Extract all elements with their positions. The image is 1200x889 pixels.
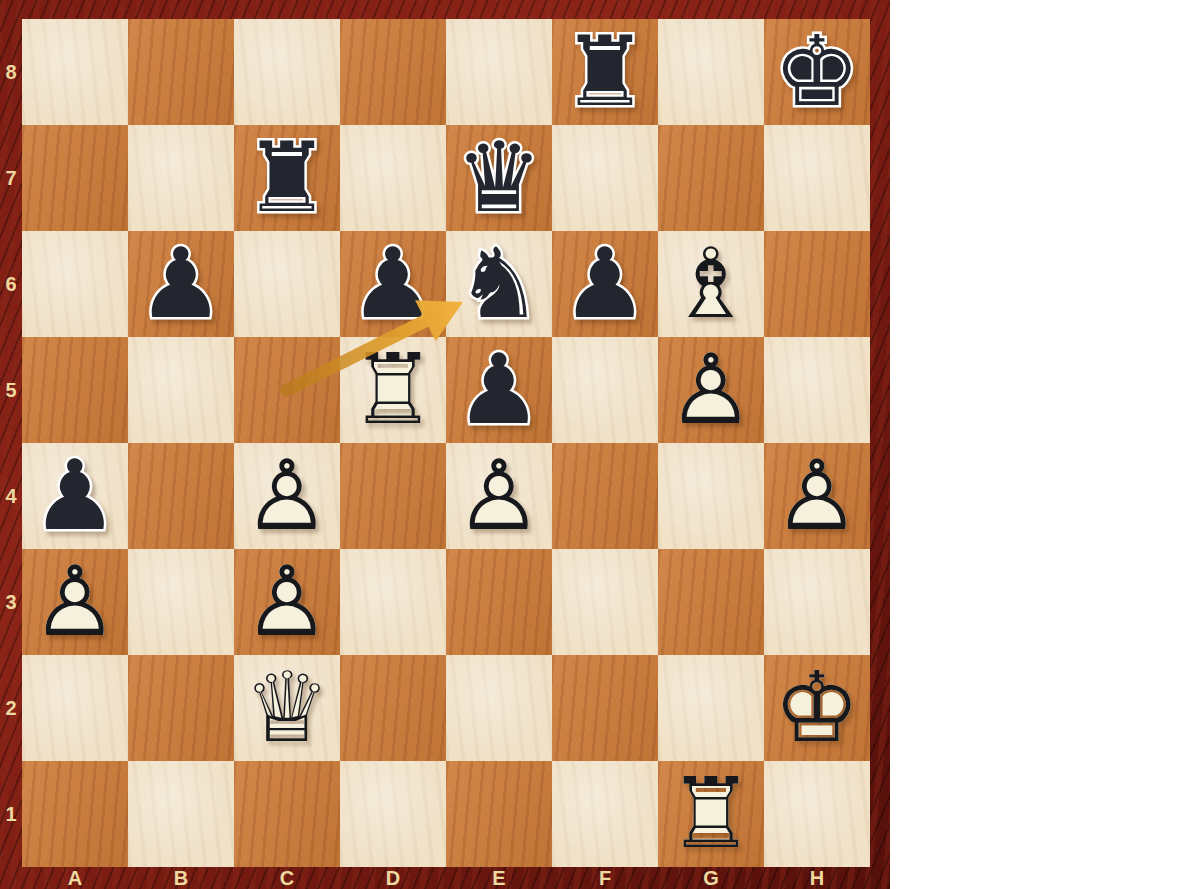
piece-fill: ♟ [340,231,446,337]
square-b1[interactable] [128,761,234,867]
square-g3[interactable] [658,549,764,655]
square-c2[interactable]: ♛♕ [234,655,340,761]
rank-label-7: 7 [0,125,22,231]
square-h7[interactable] [764,125,870,231]
square-h2[interactable]: ♚♔ [764,655,870,761]
white-pawn-piece: ♟♙ [234,443,340,549]
square-e8[interactable] [446,19,552,125]
square-g6[interactable]: ♝♗ [658,231,764,337]
rank-label-2: 2 [0,655,22,761]
black-pawn-piece: ♟♟ [22,443,128,549]
piece-outline: ♕ [234,655,340,761]
piece-outline: ♖ [658,761,764,867]
square-b4[interactable] [128,443,234,549]
square-a8[interactable] [22,19,128,125]
square-e2[interactable] [446,655,552,761]
square-e6[interactable]: ♞♞ [446,231,552,337]
square-g8[interactable] [658,19,764,125]
file-label-d: D [340,867,446,889]
piece-fill: ♜ [552,19,658,125]
square-a1[interactable] [22,761,128,867]
board-squares: ♜♜♚♚♜♜♛♛♟♟♟♟♞♞♟♟♝♗♜♖♟♟♟♙♟♟♟♙♟♙♟♙♟♙♟♙♛♕♚♔… [22,19,870,867]
chess-board: 87654321 ABCDEFGH ♜♜♚♚♜♜♛♛♟♟♟♟♞♞♟♟♝♗♜♖♟♟… [0,0,890,889]
piece-outline: ♗ [658,231,764,337]
piece-outline: ♙ [234,443,340,549]
square-h1[interactable] [764,761,870,867]
black-pawn-piece: ♟♟ [340,231,446,337]
piece-fill: ♟ [446,337,552,443]
square-d8[interactable] [340,19,446,125]
square-f4[interactable] [552,443,658,549]
square-g7[interactable] [658,125,764,231]
piece-fill: ♞ [446,231,552,337]
square-h3[interactable] [764,549,870,655]
page: 87654321 ABCDEFGH ♜♜♚♚♜♜♛♛♟♟♟♟♞♞♟♟♝♗♜♖♟♟… [0,0,1200,889]
rank-label-1: 1 [0,761,22,867]
square-f6[interactable]: ♟♟ [552,231,658,337]
white-pawn-piece: ♟♙ [764,443,870,549]
black-pawn-piece: ♟♟ [552,231,658,337]
square-a5[interactable] [22,337,128,443]
square-a3[interactable]: ♟♙ [22,549,128,655]
black-queen-piece: ♛♛ [446,125,552,231]
white-rook-piece: ♜♖ [340,337,446,443]
rank-label-4: 4 [0,443,22,549]
square-h5[interactable] [764,337,870,443]
piece-fill: ♟ [128,231,234,337]
square-e1[interactable] [446,761,552,867]
square-c6[interactable] [234,231,340,337]
square-b8[interactable] [128,19,234,125]
piece-outline: ♙ [658,337,764,443]
white-pawn-piece: ♟♙ [22,549,128,655]
square-c3[interactable]: ♟♙ [234,549,340,655]
black-king-piece: ♚♚ [764,19,870,125]
square-d6[interactable]: ♟♟ [340,231,446,337]
square-b6[interactable]: ♟♟ [128,231,234,337]
square-d5[interactable]: ♜♖ [340,337,446,443]
file-label-c: C [234,867,340,889]
square-b2[interactable] [128,655,234,761]
square-f5[interactable] [552,337,658,443]
square-e3[interactable] [446,549,552,655]
rank-labels: 87654321 [0,19,22,867]
piece-fill: ♜ [234,125,340,231]
black-rook-piece: ♜♜ [234,125,340,231]
square-b3[interactable] [128,549,234,655]
black-pawn-piece: ♟♟ [446,337,552,443]
square-g1[interactable]: ♜♖ [658,761,764,867]
square-b5[interactable] [128,337,234,443]
file-label-a: A [22,867,128,889]
rank-label-8: 8 [0,19,22,125]
rank-label-3: 3 [0,549,22,655]
rank-label-6: 6 [0,231,22,337]
piece-outline: ♙ [234,549,340,655]
square-d2[interactable] [340,655,446,761]
square-d7[interactable] [340,125,446,231]
square-c5[interactable] [234,337,340,443]
white-pawn-piece: ♟♙ [234,549,340,655]
square-b7[interactable] [128,125,234,231]
piece-outline: ♙ [446,443,552,549]
square-g2[interactable] [658,655,764,761]
square-e7[interactable]: ♛♛ [446,125,552,231]
square-f2[interactable] [552,655,658,761]
square-d3[interactable] [340,549,446,655]
square-c4[interactable]: ♟♙ [234,443,340,549]
square-f3[interactable] [552,549,658,655]
square-a6[interactable] [22,231,128,337]
square-g4[interactable] [658,443,764,549]
rank-label-5: 5 [0,337,22,443]
square-d1[interactable] [340,761,446,867]
square-h8[interactable]: ♚♚ [764,19,870,125]
white-pawn-piece: ♟♙ [446,443,552,549]
black-pawn-piece: ♟♟ [128,231,234,337]
white-king-piece: ♚♔ [764,655,870,761]
file-label-g: G [658,867,764,889]
piece-fill: ♚ [764,19,870,125]
square-f8[interactable]: ♜♜ [552,19,658,125]
file-label-h: H [764,867,870,889]
square-a4[interactable]: ♟♟ [22,443,128,549]
piece-outline: ♙ [764,443,870,549]
square-c8[interactable] [234,19,340,125]
white-rook-piece: ♜♖ [658,761,764,867]
square-h6[interactable] [764,231,870,337]
piece-fill: ♟ [22,443,128,549]
file-label-f: F [552,867,658,889]
file-label-b: B [128,867,234,889]
square-a7[interactable] [22,125,128,231]
file-label-e: E [446,867,552,889]
black-knight-piece: ♞♞ [446,231,552,337]
piece-outline: ♔ [764,655,870,761]
square-e5[interactable]: ♟♟ [446,337,552,443]
square-c1[interactable] [234,761,340,867]
black-rook-piece: ♜♜ [552,19,658,125]
piece-outline: ♖ [340,337,446,443]
white-bishop-piece: ♝♗ [658,231,764,337]
file-labels: ABCDEFGH [22,867,870,889]
square-d4[interactable] [340,443,446,549]
square-g5[interactable]: ♟♙ [658,337,764,443]
piece-fill: ♛ [446,125,552,231]
white-pawn-piece: ♟♙ [658,337,764,443]
white-queen-piece: ♛♕ [234,655,340,761]
square-e4[interactable]: ♟♙ [446,443,552,549]
square-c7[interactable]: ♜♜ [234,125,340,231]
square-a2[interactable] [22,655,128,761]
piece-fill: ♟ [552,231,658,337]
piece-outline: ♙ [22,549,128,655]
square-f1[interactable] [552,761,658,867]
square-h4[interactable]: ♟♙ [764,443,870,549]
square-f7[interactable] [552,125,658,231]
